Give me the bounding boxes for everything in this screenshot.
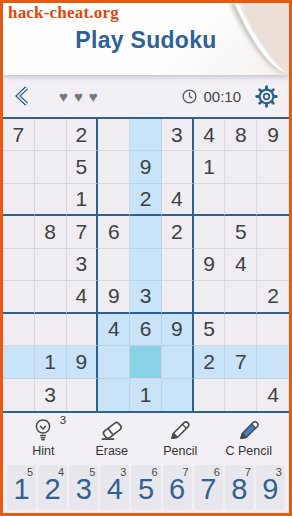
key-remaining-count: 6 xyxy=(214,466,220,478)
sudoku-page: hack-cheat.org Play Sudoku ♥♥♥ xyxy=(3,3,289,513)
cell-r2c5[interactable]: 9 xyxy=(130,151,162,183)
key-remaining-count: 3 xyxy=(120,466,126,478)
numpad-key-1[interactable]: 15 xyxy=(7,465,36,510)
pencil-label: Pencil xyxy=(163,444,197,458)
cell-r7c7[interactable]: 5 xyxy=(194,314,226,346)
cell-r4c3[interactable]: 7 xyxy=(67,216,99,248)
pencil-button[interactable]: Pencil xyxy=(147,417,213,458)
cell-r4c2[interactable]: 8 xyxy=(35,216,67,248)
cell-r7c6[interactable]: 9 xyxy=(162,314,194,346)
cell-r5c9[interactable] xyxy=(257,249,289,281)
cell-r3c7[interactable] xyxy=(194,184,226,216)
hint-button[interactable]: 3 Hint xyxy=(10,417,76,458)
cell-r6c7[interactable] xyxy=(194,281,226,313)
cell-r9c2[interactable]: 3 xyxy=(35,379,67,411)
cell-r3c6[interactable]: 4 xyxy=(162,184,194,216)
cell-r3c9[interactable] xyxy=(257,184,289,216)
lives-hearts: ♥♥♥ xyxy=(59,89,104,104)
numpad-key-9[interactable]: 93 xyxy=(256,465,285,510)
cell-r8c8[interactable]: 7 xyxy=(225,346,257,378)
cell-r8c7[interactable]: 2 xyxy=(194,346,226,378)
cell-r4c7[interactable] xyxy=(194,216,226,248)
cell-r3c8[interactable] xyxy=(225,184,257,216)
cell-r8c5[interactable] xyxy=(130,346,162,378)
cell-r5c4[interactable] xyxy=(98,249,130,281)
cell-r6c1[interactable] xyxy=(3,281,35,313)
cell-r1c5[interactable] xyxy=(130,119,162,151)
cell-r6c6[interactable] xyxy=(162,281,194,313)
cell-r6c9[interactable]: 2 xyxy=(257,281,289,313)
cell-r4c9[interactable] xyxy=(257,216,289,248)
toolbar-right: 00:10 xyxy=(181,84,279,109)
cell-r9c5[interactable]: 1 xyxy=(130,379,162,411)
key-digit: 3 xyxy=(76,475,92,504)
cell-r9c6[interactable] xyxy=(162,379,194,411)
app-frame: hack-cheat.org Play Sudoku ♥♥♥ xyxy=(0,0,292,516)
cell-r5c3[interactable]: 3 xyxy=(67,249,99,281)
cell-r2c7[interactable]: 1 xyxy=(194,151,226,183)
key-remaining-count: 4 xyxy=(58,466,64,478)
page-curl-decoration xyxy=(207,3,289,75)
cell-r1c2[interactable] xyxy=(35,119,67,151)
cpencil-label: C Pencil xyxy=(225,444,272,458)
gear-icon xyxy=(254,84,279,109)
numpad-key-2[interactable]: 24 xyxy=(38,465,67,510)
cell-r2c4[interactable] xyxy=(98,151,130,183)
settings-button[interactable] xyxy=(254,84,279,109)
cell-r4c4[interactable]: 6 xyxy=(98,216,130,248)
key-digit: 5 xyxy=(138,475,154,504)
cell-r9c8[interactable] xyxy=(225,379,257,411)
pencil-icon xyxy=(167,417,193,443)
key-remaining-count: 7 xyxy=(183,466,189,478)
cell-r1c9[interactable]: 9 xyxy=(257,119,289,151)
cell-r4c5[interactable] xyxy=(130,216,162,248)
cell-r2c8[interactable] xyxy=(225,151,257,183)
key-remaining-count: 5 xyxy=(27,466,33,478)
eraser-icon xyxy=(99,417,125,443)
cell-r4c6[interactable]: 2 xyxy=(162,216,194,248)
cell-r8c9[interactable] xyxy=(257,346,289,378)
cell-r6c4[interactable]: 9 xyxy=(98,281,130,313)
key-digit: 2 xyxy=(45,475,61,504)
cell-r4c1[interactable] xyxy=(3,216,35,248)
cell-r3c2[interactable] xyxy=(35,184,67,216)
cell-r1c1[interactable]: 7 xyxy=(3,119,35,151)
cell-r8c2[interactable]: 1 xyxy=(35,346,67,378)
erase-label: Erase xyxy=(95,444,128,458)
cell-r5c5[interactable] xyxy=(130,249,162,281)
cell-r6c5[interactable]: 3 xyxy=(130,281,162,313)
cell-r7c5[interactable]: 6 xyxy=(130,314,162,346)
cell-r2c1[interactable] xyxy=(3,151,35,183)
cell-r1c3[interactable]: 2 xyxy=(67,119,99,151)
key-remaining-count: 6 xyxy=(151,466,157,478)
numpad-key-8[interactable]: 87 xyxy=(225,465,254,510)
key-digit: 7 xyxy=(200,475,216,504)
cell-r1c8[interactable]: 8 xyxy=(225,119,257,151)
cell-r6c3[interactable]: 4 xyxy=(67,281,99,313)
cell-r6c2[interactable] xyxy=(35,281,67,313)
cell-r2c6[interactable] xyxy=(162,151,194,183)
cell-r7c1[interactable] xyxy=(3,314,35,346)
cell-r1c4[interactable] xyxy=(98,119,130,151)
back-icon xyxy=(13,84,33,108)
cell-r3c3[interactable]: 1 xyxy=(67,184,99,216)
cell-r4c8[interactable]: 5 xyxy=(225,216,257,248)
key-digit: 8 xyxy=(231,475,247,504)
number-pad: 152435435667768793 xyxy=(3,465,289,511)
cell-r7c4[interactable]: 4 xyxy=(98,314,130,346)
heart-icon: ♥ xyxy=(89,88,104,105)
key-digit: 9 xyxy=(262,475,278,504)
key-digit: 6 xyxy=(169,475,185,504)
cell-r9c4[interactable] xyxy=(98,379,130,411)
hint-label: Hint xyxy=(32,444,54,458)
numpad-key-6[interactable]: 67 xyxy=(163,465,192,510)
cell-r5c6[interactable] xyxy=(162,249,194,281)
key-digit: 1 xyxy=(13,475,29,504)
watermark: hack-cheat.org xyxy=(8,3,119,23)
cell-r3c5[interactable]: 2 xyxy=(130,184,162,216)
cell-r5c2[interactable] xyxy=(35,249,67,281)
heart-icon: ♥ xyxy=(59,88,74,105)
cell-r9c3[interactable] xyxy=(67,379,99,411)
status-toolbar: ♥♥♥ 00:10 xyxy=(3,75,289,117)
numpad-key-3[interactable]: 35 xyxy=(69,465,98,510)
key-digit: 4 xyxy=(107,475,123,504)
heart-icon: ♥ xyxy=(74,88,89,105)
sudoku-board: 72348959112487625394493246951927314 xyxy=(3,117,289,413)
key-remaining-count: 5 xyxy=(89,466,95,478)
cell-r2c2[interactable] xyxy=(35,151,67,183)
cell-r9c7[interactable] xyxy=(194,379,226,411)
back-button[interactable] xyxy=(13,84,33,108)
cell-r9c1[interactable] xyxy=(3,379,35,411)
cell-r8c4[interactable] xyxy=(98,346,130,378)
cell-r2c9[interactable] xyxy=(257,151,289,183)
clock-icon xyxy=(181,88,198,105)
hint-count-badge: 3 xyxy=(60,414,66,426)
cell-r6c8[interactable] xyxy=(225,281,257,313)
lightbulb-icon xyxy=(31,417,55,443)
cell-r3c4[interactable] xyxy=(98,184,130,216)
cell-r9c9[interactable]: 4 xyxy=(257,379,289,411)
erase-button[interactable]: Erase xyxy=(79,417,145,458)
numpad-key-4[interactable]: 43 xyxy=(100,465,129,510)
tools-bar: 3 Hint Erase xyxy=(3,413,289,463)
cell-r7c3[interactable] xyxy=(67,314,99,346)
cell-r7c2[interactable] xyxy=(35,314,67,346)
cell-r7c8[interactable] xyxy=(225,314,257,346)
key-remaining-count: 7 xyxy=(245,466,251,478)
key-remaining-count: 3 xyxy=(276,466,282,478)
cell-r8c3[interactable]: 9 xyxy=(67,346,99,378)
numpad-key-5[interactable]: 56 xyxy=(131,465,160,510)
cpencil-button[interactable]: C Pencil xyxy=(216,417,282,458)
cell-r2c3[interactable]: 5 xyxy=(67,151,99,183)
numpad-key-7[interactable]: 76 xyxy=(194,465,223,510)
cell-r1c7[interactable]: 4 xyxy=(194,119,226,151)
blue-pencil-icon xyxy=(236,417,262,443)
cell-r5c7[interactable]: 9 xyxy=(194,249,226,281)
cell-r8c6[interactable] xyxy=(162,346,194,378)
cell-r3c1[interactable] xyxy=(3,184,35,216)
cell-r1c6[interactable]: 3 xyxy=(162,119,194,151)
cell-r8c1[interactable] xyxy=(3,346,35,378)
timer: 00:10 xyxy=(203,88,241,105)
cell-r5c8[interactable]: 4 xyxy=(225,249,257,281)
cell-r5c1[interactable] xyxy=(3,249,35,281)
cell-r7c9[interactable] xyxy=(257,314,289,346)
